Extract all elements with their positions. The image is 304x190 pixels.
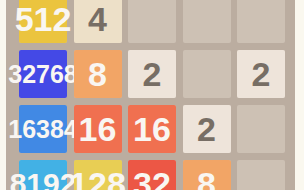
tile-16: 16 [74,105,122,153]
tile-32: 32 [128,160,176,190]
tile-8: 8 [74,50,122,98]
tile-8: 8 [183,160,231,190]
tile-16384: 16384 [19,105,67,153]
cell-r1-c1: 512 [19,0,67,43]
empty-cell [237,160,285,190]
game-board[interactable]: 51243276882216384161628192128328 [6,0,295,190]
empty-cell [237,0,285,43]
cell-r2-c2: 8 [74,50,122,98]
cell-r3-c2: 16 [74,105,122,153]
screen: 51243276882216384161628192128328 [0,0,304,190]
empty-cell [237,105,285,153]
cell-r4-c2: 128 [74,160,122,190]
empty-cell [183,0,231,43]
cell-r4-c3: 32 [128,160,176,190]
tile-2: 2 [183,105,231,153]
tile-grid: 51243276882216384161628192128328 [6,0,295,190]
tile-512: 512 [19,0,67,43]
cell-r2-c1: 32768 [19,50,67,98]
tile-2: 2 [237,50,285,98]
cell-r3-c4: 2 [183,105,231,153]
cell-r2-c5: 2 [237,50,285,98]
tile-32768: 32768 [19,50,67,98]
empty-cell [128,0,176,43]
cell-r4-c1: 8192 [19,160,67,190]
tile-8192: 8192 [19,160,67,190]
cell-r2-c3: 2 [128,50,176,98]
cell-r3-c3: 16 [128,105,176,153]
tile-2: 2 [128,50,176,98]
cell-r4-c4: 8 [183,160,231,190]
cell-r3-c1: 16384 [19,105,67,153]
cell-r1-c2: 4 [74,0,122,43]
tile-16: 16 [128,105,176,153]
tile-128: 128 [74,160,122,190]
empty-cell [183,50,231,98]
tile-4: 4 [74,0,122,43]
